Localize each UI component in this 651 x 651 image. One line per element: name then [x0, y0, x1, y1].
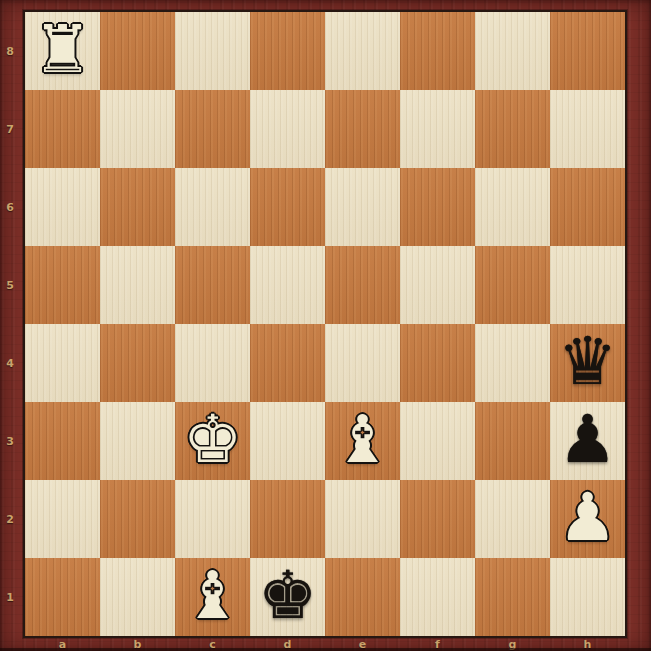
rank-label-3: 3 — [0, 402, 20, 480]
square-g5[interactable] — [475, 246, 550, 324]
square-c1[interactable]: ♝ — [175, 558, 250, 636]
board-frame: 87654321 ♜♛♚♝♟♟♝♚ abcdefgh — [0, 0, 651, 651]
square-a4[interactable] — [25, 324, 100, 402]
square-b4[interactable] — [100, 324, 175, 402]
rank-labels: 87654321 — [0, 12, 20, 636]
square-h1[interactable] — [550, 558, 625, 636]
square-e5[interactable] — [325, 246, 400, 324]
chess-board[interactable]: ♜♛♚♝♟♟♝♚ — [23, 10, 627, 638]
square-d5[interactable] — [250, 246, 325, 324]
square-b7[interactable] — [100, 90, 175, 168]
square-d7[interactable] — [250, 90, 325, 168]
file-label-c: c — [175, 638, 250, 651]
square-c6[interactable] — [175, 168, 250, 246]
rank-label-6: 6 — [0, 168, 20, 246]
square-f2[interactable] — [400, 480, 475, 558]
square-e6[interactable] — [325, 168, 400, 246]
square-c5[interactable] — [175, 246, 250, 324]
square-e3[interactable]: ♝ — [325, 402, 400, 480]
square-h4[interactable]: ♛ — [550, 324, 625, 402]
square-d3[interactable] — [250, 402, 325, 480]
file-label-e: e — [325, 638, 400, 651]
square-g6[interactable] — [475, 168, 550, 246]
white-pawn-h2[interactable]: ♟ — [558, 485, 617, 551]
black-queen-h4[interactable]: ♛ — [558, 329, 617, 395]
white-king-c3[interactable]: ♚ — [183, 407, 242, 473]
white-bishop-e3[interactable]: ♝ — [333, 407, 392, 473]
square-h2[interactable]: ♟ — [550, 480, 625, 558]
square-g7[interactable] — [475, 90, 550, 168]
square-d4[interactable] — [250, 324, 325, 402]
square-a7[interactable] — [25, 90, 100, 168]
square-h5[interactable] — [550, 246, 625, 324]
square-d6[interactable] — [250, 168, 325, 246]
square-d8[interactable] — [250, 12, 325, 90]
file-label-b: b — [100, 638, 175, 651]
square-g4[interactable] — [475, 324, 550, 402]
rank-label-5: 5 — [0, 246, 20, 324]
square-f4[interactable] — [400, 324, 475, 402]
square-b5[interactable] — [100, 246, 175, 324]
square-c2[interactable] — [175, 480, 250, 558]
square-e1[interactable] — [325, 558, 400, 636]
file-label-h: h — [550, 638, 625, 651]
square-d2[interactable] — [250, 480, 325, 558]
square-a1[interactable] — [25, 558, 100, 636]
square-h7[interactable] — [550, 90, 625, 168]
rank-label-7: 7 — [0, 90, 20, 168]
square-h8[interactable] — [550, 12, 625, 90]
rank-label-1: 1 — [0, 558, 20, 636]
file-label-f: f — [400, 638, 475, 651]
square-f5[interactable] — [400, 246, 475, 324]
square-h3[interactable]: ♟ — [550, 402, 625, 480]
square-e8[interactable] — [325, 12, 400, 90]
square-c7[interactable] — [175, 90, 250, 168]
square-b3[interactable] — [100, 402, 175, 480]
black-pawn-h3[interactable]: ♟ — [558, 407, 617, 473]
square-g2[interactable] — [475, 480, 550, 558]
rank-label-4: 4 — [0, 324, 20, 402]
file-labels: abcdefgh — [25, 638, 625, 651]
black-king-d1[interactable]: ♚ — [258, 563, 317, 629]
square-a5[interactable] — [25, 246, 100, 324]
square-d1[interactable]: ♚ — [250, 558, 325, 636]
file-label-a: a — [25, 638, 100, 651]
rank-label-2: 2 — [0, 480, 20, 558]
file-label-g: g — [475, 638, 550, 651]
square-f8[interactable] — [400, 12, 475, 90]
file-label-d: d — [250, 638, 325, 651]
rank-label-8: 8 — [0, 12, 20, 90]
square-e2[interactable] — [325, 480, 400, 558]
square-a6[interactable] — [25, 168, 100, 246]
square-b1[interactable] — [100, 558, 175, 636]
white-bishop-c1[interactable]: ♝ — [183, 563, 242, 629]
square-a8[interactable]: ♜ — [25, 12, 100, 90]
square-f1[interactable] — [400, 558, 475, 636]
square-e4[interactable] — [325, 324, 400, 402]
square-f6[interactable] — [400, 168, 475, 246]
square-a2[interactable] — [25, 480, 100, 558]
square-g8[interactable] — [475, 12, 550, 90]
white-rook-a8[interactable]: ♜ — [33, 17, 92, 83]
square-g1[interactable] — [475, 558, 550, 636]
square-b6[interactable] — [100, 168, 175, 246]
square-a3[interactable] — [25, 402, 100, 480]
square-g3[interactable] — [475, 402, 550, 480]
square-f3[interactable] — [400, 402, 475, 480]
square-h6[interactable] — [550, 168, 625, 246]
square-b2[interactable] — [100, 480, 175, 558]
square-c8[interactable] — [175, 12, 250, 90]
square-c4[interactable] — [175, 324, 250, 402]
square-c3[interactable]: ♚ — [175, 402, 250, 480]
square-f7[interactable] — [400, 90, 475, 168]
square-e7[interactable] — [325, 90, 400, 168]
square-b8[interactable] — [100, 12, 175, 90]
